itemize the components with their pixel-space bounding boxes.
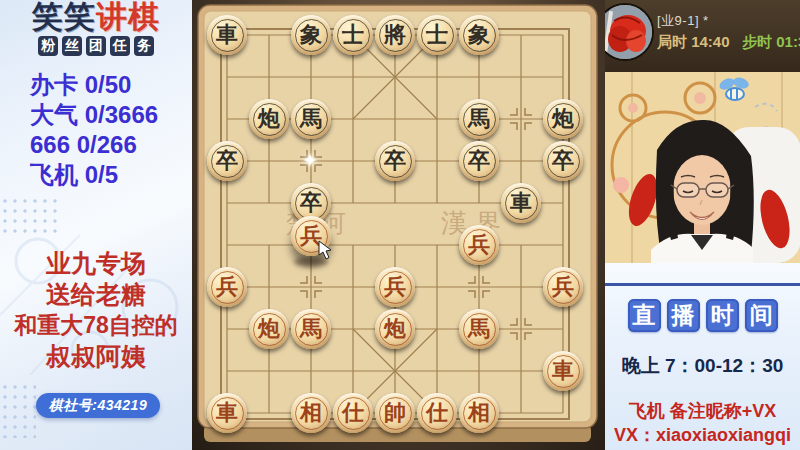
dedication-notice: 业九专场 送给老糖 和重大78自控的 叔叔阿姨 xyxy=(0,248,192,372)
last-move-sparkle-icon: ✦ xyxy=(302,149,318,172)
game-time-value: 14:40 xyxy=(691,33,729,50)
fan-tile: 务 xyxy=(134,36,154,56)
piece-black-馬[interactable]: 馬 xyxy=(459,99,499,139)
contact-note: 飞机 备注昵称+VX xyxy=(605,399,800,423)
task-row: 大气 0/3666 xyxy=(30,100,158,129)
live-time-title: 直 播 时 间 xyxy=(605,299,800,332)
task-label: 666 xyxy=(30,131,70,158)
piece-red-仕[interactable]: 仕 xyxy=(333,393,373,433)
piece-red-炮[interactable]: 炮 xyxy=(375,309,415,349)
title-tile: 播 xyxy=(667,299,700,332)
piece-red-炮[interactable]: 炮 xyxy=(249,309,289,349)
task-progress: 0/50 xyxy=(85,71,132,98)
title-tile: 时 xyxy=(706,299,739,332)
task-row: 666 0/266 xyxy=(30,130,158,159)
xiangqi-board-area[interactable]: 楚河 漢界 車象士將士象炮馬馬炮卒卒卒卒卒車兵兵兵兵兵炮馬炮馬車車相仕帥仕相 ✦ xyxy=(192,0,605,450)
title-tile: 间 xyxy=(745,299,778,332)
piece-red-仕[interactable]: 仕 xyxy=(417,393,457,433)
avatar-image xyxy=(605,5,652,59)
piece-red-帥[interactable]: 帥 xyxy=(375,393,415,433)
task-label: 办卡 xyxy=(30,71,78,98)
notice-line: 叔叔阿姨 xyxy=(0,341,192,372)
notice-line: 和重大78自控的 xyxy=(0,310,192,341)
dot-pattern xyxy=(0,382,36,438)
opponent-name: [业9-1] * xyxy=(657,12,709,30)
piece-black-車[interactable]: 車 xyxy=(207,15,247,55)
piece-red-相[interactable]: 相 xyxy=(459,393,499,433)
divider-line xyxy=(605,283,800,286)
piece-black-馬[interactable]: 馬 xyxy=(291,99,331,139)
mouse-cursor-icon xyxy=(318,240,336,260)
right-panel: [业9-1] * 局时 14:40 步时 01:3 xyxy=(605,0,800,450)
fan-tile: 任 xyxy=(110,36,130,56)
piece-red-兵[interactable]: 兵 xyxy=(207,267,247,307)
notice-line: 送给老糖 xyxy=(0,279,192,310)
piece-black-象[interactable]: 象 xyxy=(459,15,499,55)
piece-black-卒[interactable]: 卒 xyxy=(375,141,415,181)
opponent-info-bar: [业9-1] * 局时 14:40 步时 01:3 xyxy=(605,0,800,72)
clock-row: 局时 14:40 步时 01:3 xyxy=(657,33,800,52)
channel-title: 笑笑讲棋 xyxy=(0,0,192,38)
task-progress: 0/5 xyxy=(85,161,118,188)
schedule-panel: 直 播 时 间 晚上 7：00-12：30 飞机 备注昵称+VX VX：xiao… xyxy=(605,263,800,450)
piece-black-象[interactable]: 象 xyxy=(291,15,331,55)
webcam-video: ƨnɘ xyxy=(605,72,800,263)
piece-red-相[interactable]: 相 xyxy=(291,393,331,433)
piece-black-炮[interactable]: 炮 xyxy=(249,99,289,139)
task-progress: 0/266 xyxy=(77,131,137,158)
piece-black-卒[interactable]: 卒 xyxy=(543,141,583,181)
piece-red-馬[interactable]: 馬 xyxy=(291,309,331,349)
piece-black-士[interactable]: 士 xyxy=(333,15,373,55)
club-number-badge: 棋社号:434219 xyxy=(36,393,160,418)
task-label: 飞机 xyxy=(30,161,78,188)
wechat-id: VX：xiaoxiaoxiangqi xyxy=(605,423,800,447)
streamer-figure xyxy=(651,120,754,263)
channel-title-red: 讲棋 xyxy=(96,0,160,34)
piece-black-車[interactable]: 車 xyxy=(501,183,541,223)
piece-red-車[interactable]: 車 xyxy=(207,393,247,433)
title-tile: 直 xyxy=(628,299,661,332)
task-label: 大气 xyxy=(30,101,78,128)
piece-red-兵[interactable]: 兵 xyxy=(375,267,415,307)
game-time-label: 局时 xyxy=(657,33,687,50)
piece-black-卒[interactable]: 卒 xyxy=(459,141,499,181)
channel-title-dark: 笑笑 xyxy=(32,0,96,34)
task-progress: 0/3666 xyxy=(85,101,158,128)
piece-black-炮[interactable]: 炮 xyxy=(543,99,583,139)
piece-black-卒[interactable]: 卒 xyxy=(207,141,247,181)
stream-screen: 笑笑讲棋 粉 丝 团 任 务 办卡 0/50 大气 0/3666 666 0/2… xyxy=(0,0,800,450)
piece-black-將[interactable]: 將 xyxy=(375,15,415,55)
piece-red-車[interactable]: 車 xyxy=(543,351,583,391)
gift-task-list: 办卡 0/50 大气 0/3666 666 0/266 飞机 0/5 xyxy=(30,70,158,190)
fan-club-task-banner: 粉 丝 团 任 务 xyxy=(0,36,192,56)
task-row: 办卡 0/50 xyxy=(30,70,158,99)
piece-red-兵[interactable]: 兵 xyxy=(543,267,583,307)
piece-red-馬[interactable]: 馬 xyxy=(459,309,499,349)
fan-tile: 团 xyxy=(86,36,106,56)
piece-black-士[interactable]: 士 xyxy=(417,15,457,55)
broadcast-hours: 晚上 7：00-12：30 xyxy=(605,353,800,379)
notice-line: 业九专场 xyxy=(0,248,192,279)
task-row: 飞机 0/5 xyxy=(30,160,158,189)
fan-tile: 粉 xyxy=(38,36,58,56)
opponent-avatar[interactable] xyxy=(605,3,654,61)
left-info-sidebar: 笑笑讲棋 粉 丝 团 任 务 办卡 0/50 大气 0/3666 666 0/2… xyxy=(0,0,192,450)
move-time-value: 01:3 xyxy=(776,33,800,50)
fan-tile: 丝 xyxy=(62,36,82,56)
piece-red-兵[interactable]: 兵 xyxy=(459,225,499,265)
move-time-label: 步时 xyxy=(742,33,772,50)
